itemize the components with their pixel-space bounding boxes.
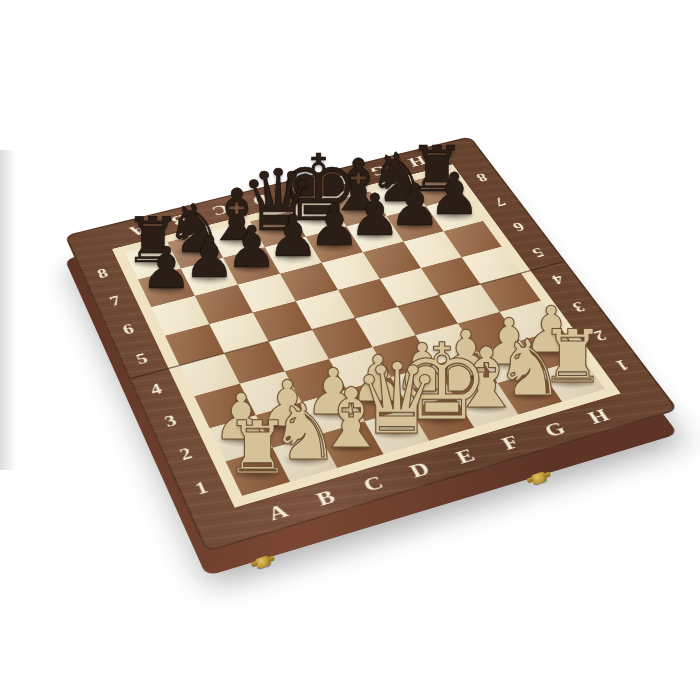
- pieces-layer: ♜♞♝♛♚♝♞♜♟♟♟♟♟♟♟♟♟♟♟♟♟♟♟♟♜♞♝♛♚♝♞♜: [0, 0, 700, 700]
- piece-white-rook[interactable]: ♜: [225, 412, 290, 485]
- scene: ABCDEFGH ABCDEFGH 87654321 87654321 ♜♞♝♛…: [0, 0, 700, 700]
- latch-wing: [544, 472, 551, 479]
- piece-black-pawn[interactable]: ♟: [141, 241, 193, 299]
- latch-wing: [268, 556, 275, 563]
